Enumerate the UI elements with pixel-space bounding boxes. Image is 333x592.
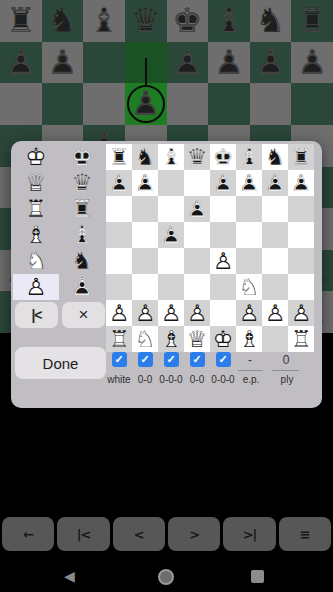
black-bishop-piece: ♝♗ (236, 144, 262, 170)
editor-square-e3[interactable] (210, 274, 236, 300)
en-passant-underline (238, 370, 263, 371)
black-pawn-piece: ♟♙ (59, 274, 105, 300)
editor-square-a6[interactable] (106, 196, 132, 222)
checkbox-black-castle-kingside[interactable]: ✓ (190, 352, 205, 367)
white-pawn-piece: ♟♙ (210, 248, 236, 274)
bg-square-c8: ♝♗ (83, 0, 125, 42)
bg-square-b7: ♟♙ (42, 42, 84, 84)
toolbar-menu-button[interactable]: ≡ (279, 517, 331, 551)
move-line (145, 58, 147, 87)
bg-square-g6 (250, 83, 292, 125)
label-white-castle-queenside: 0-0-0 (159, 374, 182, 385)
editor-square-g4[interactable] (262, 248, 288, 274)
editor-square-c5[interactable]: ♟♙ (158, 222, 184, 248)
editor-square-f7[interactable]: ♟♙ (236, 170, 262, 196)
editor-square-g3[interactable] (262, 274, 288, 300)
bg-square-b6 (42, 83, 84, 125)
black-pawn-piece: ♟♙ (288, 170, 314, 196)
toolbar-next-move-button[interactable]: > (168, 517, 220, 551)
black-knight-piece: ♞♘ (262, 144, 288, 170)
black-bishop-piece: ♝♗ (208, 0, 250, 42)
palette-white-pawn[interactable]: ♟♙ (13, 274, 59, 300)
editor-square-h7[interactable]: ♟♙ (288, 170, 314, 196)
editor-square-a3[interactable] (106, 274, 132, 300)
palette-black-rook[interactable]: ♜♖ (59, 196, 105, 222)
white-bishop-piece: ♝♗ (158, 326, 184, 352)
editor-square-d8[interactable]: ♛♕ (184, 144, 210, 170)
palette-black-knight[interactable]: ♞♘ (59, 248, 105, 274)
editor-square-f3[interactable]: ♞♘ (236, 274, 262, 300)
bg-square-d8: ♛♕ (125, 0, 167, 42)
toolbar-previous-move-button[interactable]: < (113, 517, 165, 551)
black-pawn-piece: ♟♙ (106, 170, 132, 196)
reset-position-button[interactable]: |< (15, 302, 58, 328)
black-pawn-piece: ♟♙ (167, 42, 209, 84)
editor-square-b7[interactable]: ♟♙ (132, 170, 158, 196)
black-rook-piece: ♜♖ (291, 0, 333, 42)
done-button[interactable]: Done (15, 347, 106, 379)
editor-square-c2[interactable]: ♟♙ (158, 300, 184, 326)
bg-square-e7: ♟♙ (167, 42, 209, 84)
checkbox-white-castle-queenside[interactable]: ✓ (164, 352, 179, 367)
white-queen-piece: ♛♕ (13, 170, 59, 196)
editor-square-b4[interactable] (132, 248, 158, 274)
editor-square-a7[interactable]: ♟♙ (106, 170, 132, 196)
android-home-icon[interactable] (158, 569, 174, 585)
editor-square-a1[interactable]: ♜♖ (106, 326, 132, 352)
white-pawn-piece: ♟♙ (288, 300, 314, 326)
move-navigation-toolbar: ←|<<>>|≡ (0, 517, 333, 551)
editor-square-a4[interactable] (106, 248, 132, 274)
editor-square-g2[interactable]: ♟♙ (262, 300, 288, 326)
ply-underline (272, 370, 299, 371)
white-pawn-piece: ♟♙ (184, 300, 210, 326)
bg-square-a8: ♜♖ (0, 0, 42, 42)
white-king-piece: ♚♔ (13, 144, 59, 170)
white-knight-piece: ♞♘ (13, 248, 59, 274)
white-pawn-piece: ♟♙ (106, 300, 132, 326)
editor-square-h4[interactable] (288, 248, 314, 274)
black-pawn-piece: ♟♙ (291, 42, 333, 84)
checkbox-white-castle-kingside[interactable]: ✓ (138, 352, 153, 367)
black-bishop-piece: ♝♗ (83, 0, 125, 42)
white-pawn-piece: ♟♙ (236, 300, 262, 326)
editor-square-e6[interactable] (210, 196, 236, 222)
editor-square-c4[interactable] (158, 248, 184, 274)
palette-white-rook[interactable]: ♜♖ (13, 196, 59, 222)
editor-square-f5[interactable] (236, 222, 262, 248)
ply-field[interactable]: 0 (283, 353, 290, 367)
editor-square-d2[interactable]: ♟♙ (184, 300, 210, 326)
editor-square-b1[interactable]: ♞♘ (132, 326, 158, 352)
bg-square-f8: ♝♗ (208, 0, 250, 42)
editor-square-e2[interactable] (210, 300, 236, 326)
bg-square-g8: ♞♘ (250, 0, 292, 42)
black-rook-piece: ♜♖ (0, 0, 42, 42)
black-pawn-piece: ♟♙ (236, 170, 262, 196)
editor-square-d4[interactable] (184, 248, 210, 274)
bg-square-d6: ♟♙ (125, 83, 167, 125)
editor-square-h5[interactable] (288, 222, 314, 248)
bg-square-c7 (83, 42, 125, 84)
palette-white-king[interactable]: ♚♔ (13, 144, 59, 170)
editor-square-f4[interactable] (236, 248, 262, 274)
editor-square-h1[interactable]: ♜♖ (288, 326, 314, 352)
editor-square-b3[interactable] (132, 274, 158, 300)
black-knight-piece: ♞♘ (132, 144, 158, 170)
editor-square-d7[interactable] (184, 170, 210, 196)
editor-square-g7[interactable]: ♟♙ (262, 170, 288, 196)
black-bishop-piece: ♝♗ (158, 144, 184, 170)
black-king-piece: ♚♔ (210, 144, 236, 170)
bg-square-h6 (291, 83, 333, 125)
white-knight-piece: ♞♘ (236, 274, 262, 300)
white-knight-piece: ♞♘ (132, 326, 158, 352)
white-pawn-piece: ♟♙ (13, 274, 59, 300)
black-rook-piece: ♜♖ (59, 196, 105, 222)
editor-square-f8[interactable]: ♝♗ (236, 144, 262, 170)
editor-square-g5[interactable] (262, 222, 288, 248)
black-queen-piece: ♛♕ (125, 0, 167, 42)
editor-square-d3[interactable] (184, 274, 210, 300)
editor-square-a2[interactable]: ♟♙ (106, 300, 132, 326)
editor-square-f1[interactable]: ♝♗ (236, 326, 262, 352)
editor-square-g8[interactable]: ♞♘ (262, 144, 288, 170)
en-passant-label: e.p. (243, 374, 260, 385)
label-black-castle-kingside: 0-0 (190, 374, 204, 385)
label-black-castle-queenside: 0-0-0 (211, 374, 234, 385)
white-bishop-piece: ♝♗ (13, 222, 59, 248)
palette-white-knight[interactable]: ♞♘ (13, 248, 59, 274)
bg-square-e6 (167, 83, 209, 125)
palette-black-king[interactable]: ♚♔ (59, 144, 105, 170)
bg-square-e8: ♚♔ (167, 0, 209, 42)
editor-square-a5[interactable] (106, 222, 132, 248)
bg-square-c6 (83, 83, 125, 125)
editor-square-e4[interactable]: ♟♙ (210, 248, 236, 274)
bg-square-b8: ♞♘ (42, 0, 84, 42)
black-pawn-piece: ♟♙ (184, 196, 210, 222)
white-king-piece: ♚♔ (210, 326, 236, 352)
black-pawn-piece: ♟♙ (210, 170, 236, 196)
ply-label: ply (281, 374, 294, 385)
bg-square-h8: ♜♖ (291, 0, 333, 42)
position-editor-dialog: ♚♔♚♔♛♕♛♕♜♖♜♖♝♗♝♗♞♘♞♘♟♙♟♙ |< × Done ♜♖♞♘♝… (11, 141, 322, 408)
editor-square-h3[interactable] (288, 274, 314, 300)
bg-square-a6 (0, 83, 42, 125)
white-pawn-piece: ♟♙ (262, 300, 288, 326)
editor-square-d1[interactable]: ♛♕ (184, 326, 210, 352)
editor-square-b2[interactable]: ♟♙ (132, 300, 158, 326)
palette-black-queen[interactable]: ♛♕ (59, 170, 105, 196)
black-knight-piece: ♞♘ (250, 0, 292, 42)
black-rook-piece: ♜♖ (288, 144, 314, 170)
white-rook-piece: ♜♖ (106, 326, 132, 352)
black-pawn-piece: ♟♙ (132, 170, 158, 196)
editor-square-h2[interactable]: ♟♙ (288, 300, 314, 326)
white-bishop-piece: ♝♗ (236, 326, 262, 352)
palette-black-pawn[interactable]: ♟♙ (59, 274, 105, 300)
black-pawn-piece: ♟♙ (158, 222, 184, 248)
editor-chess-board: ♜♖♞♘♝♗♛♕♚♔♝♗♞♘♜♖♟♙♟♙♟♙♟♙♟♙♟♙♟♙♟♙♟♙♞♘♟♙♟♙… (106, 144, 314, 352)
editor-square-c6[interactable] (158, 196, 184, 222)
editor-square-f6[interactable] (236, 196, 262, 222)
android-back-icon[interactable]: ◀ (64, 568, 75, 584)
clear-board-button[interactable]: × (62, 302, 105, 328)
black-pawn-piece: ♟♙ (250, 42, 292, 84)
move-destination-circle (127, 85, 165, 123)
checkbox-side-to-move-white[interactable]: ✓ (112, 352, 127, 367)
black-king-piece: ♚♔ (167, 0, 209, 42)
editor-square-c1[interactable]: ♝♗ (158, 326, 184, 352)
editor-square-f2[interactable]: ♟♙ (236, 300, 262, 326)
black-bishop-piece: ♝♗ (59, 222, 105, 248)
black-queen-piece: ♛♕ (184, 144, 210, 170)
editor-square-b6[interactable] (132, 196, 158, 222)
bg-square-h7: ♟♙ (291, 42, 333, 84)
black-pawn-piece: ♟♙ (0, 42, 42, 84)
toolbar-first-move-button[interactable]: |< (57, 517, 109, 551)
black-pawn-piece: ♟♙ (42, 42, 84, 84)
editor-square-d5[interactable] (184, 222, 210, 248)
black-pawn-piece: ♟♙ (262, 170, 288, 196)
black-rook-piece: ♜♖ (106, 144, 132, 170)
white-rook-piece: ♜♖ (13, 196, 59, 222)
bg-square-f7: ♟♙ (208, 42, 250, 84)
checkbox-black-castle-queenside[interactable]: ✓ (216, 352, 231, 367)
editor-square-e1[interactable]: ♚♔ (210, 326, 236, 352)
bg-square-f6 (208, 83, 250, 125)
label-white-castle-kingside: 0-0 (138, 374, 152, 385)
black-queen-piece: ♛♕ (59, 170, 105, 196)
android-recents-icon[interactable] (251, 570, 264, 583)
palette-white-bishop[interactable]: ♝♗ (13, 222, 59, 248)
editor-square-e7[interactable]: ♟♙ (210, 170, 236, 196)
piece-palette: ♚♔♚♔♛♕♛♕♜♖♜♖♝♗♝♗♞♘♞♘♟♙♟♙ (13, 144, 105, 300)
label-side-to-move-white: white (107, 374, 130, 385)
white-pawn-piece: ♟♙ (158, 300, 184, 326)
white-pawn-piece: ♟♙ (132, 300, 158, 326)
editor-square-d6[interactable]: ♟♙ (184, 196, 210, 222)
black-knight-piece: ♞♘ (42, 0, 84, 42)
editor-square-b8[interactable]: ♞♘ (132, 144, 158, 170)
palette-black-bishop[interactable]: ♝♗ (59, 222, 105, 248)
toolbar-last-move-button[interactable]: >| (223, 517, 275, 551)
toolbar-back-button[interactable]: ← (2, 517, 54, 551)
editor-square-e8[interactable]: ♚♔ (210, 144, 236, 170)
editor-square-e5[interactable] (210, 222, 236, 248)
editor-square-b5[interactable] (132, 222, 158, 248)
white-queen-piece: ♛♕ (184, 326, 210, 352)
black-king-piece: ♚♔ (59, 144, 105, 170)
editor-square-c8[interactable]: ♝♗ (158, 144, 184, 170)
black-pawn-piece: ♟♙ (208, 42, 250, 84)
editor-square-c3[interactable] (158, 274, 184, 300)
editor-square-a8[interactable]: ♜♖ (106, 144, 132, 170)
editor-square-g6[interactable] (262, 196, 288, 222)
editor-square-h8[interactable]: ♜♖ (288, 144, 314, 170)
bg-square-a7: ♟♙ (0, 42, 42, 84)
palette-white-queen[interactable]: ♛♕ (13, 170, 59, 196)
editor-square-g1[interactable] (262, 326, 288, 352)
bg-square-g7: ♟♙ (250, 42, 292, 84)
editor-square-c7[interactable] (158, 170, 184, 196)
phone-screen: ♜♖♞♘♝♗♛♕♚♔♝♗♞♘♜♖♟♙♟♙♟♙♟♙♟♙♟♙♟♙♟♙♟♙♞♘♟♙♟♙… (0, 0, 333, 592)
en-passant-field[interactable]: - (248, 353, 252, 367)
white-rook-piece: ♜♖ (288, 326, 314, 352)
editor-square-h6[interactable] (288, 196, 314, 222)
black-knight-piece: ♞♘ (59, 248, 105, 274)
